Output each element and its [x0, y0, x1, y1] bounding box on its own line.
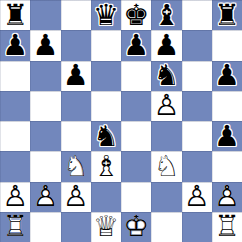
square-h7[interactable] [212, 30, 242, 60]
square-g7[interactable] [182, 30, 212, 60]
square-a6[interactable] [0, 61, 30, 91]
square-g3[interactable] [182, 151, 212, 181]
square-d5[interactable] [91, 91, 121, 121]
square-a1[interactable]: ♜♖ [0, 212, 30, 242]
square-d3[interactable]: ♝♗ [91, 151, 121, 181]
square-g8[interactable] [182, 0, 212, 30]
piece-white-pawn: ♟♙ [61, 182, 91, 212]
piece-black-rook: ♜ [0, 0, 30, 30]
square-b8[interactable] [30, 0, 60, 30]
square-g1[interactable] [182, 212, 212, 242]
square-c5[interactable] [61, 91, 91, 121]
square-f6[interactable]: ♞ [151, 61, 181, 91]
square-f2[interactable] [151, 182, 181, 212]
piece-black-knight: ♞ [91, 121, 121, 151]
piece-white-pawn: ♟♙ [182, 182, 212, 212]
piece-black-knight: ♞ [151, 61, 181, 91]
piece-black-pawn: ♟ [61, 61, 91, 91]
square-a3[interactable] [0, 151, 30, 181]
piece-white-rook: ♜♖ [212, 212, 242, 242]
piece-white-pawn: ♟♙ [0, 182, 30, 212]
square-e5[interactable] [121, 91, 151, 121]
square-c2[interactable]: ♟♙ [61, 182, 91, 212]
square-e7[interactable]: ♟ [121, 30, 151, 60]
square-f8[interactable]: ♝ [151, 0, 181, 30]
piece-white-bishop: ♝♗ [91, 151, 121, 181]
square-e6[interactable] [121, 61, 151, 91]
square-b1[interactable] [30, 212, 60, 242]
square-h4[interactable]: ♟ [212, 121, 242, 151]
square-a2[interactable]: ♟♙ [0, 182, 30, 212]
piece-black-pawn: ♟ [151, 30, 181, 60]
piece-white-king: ♚♔ [121, 212, 151, 242]
piece-white-knight: ♞♘ [151, 151, 181, 181]
square-f1[interactable] [151, 212, 181, 242]
piece-black-queen: ♛ [91, 0, 121, 30]
square-b5[interactable] [30, 91, 60, 121]
square-c3[interactable]: ♞♘ [61, 151, 91, 181]
square-a8[interactable]: ♜ [0, 0, 30, 30]
square-f4[interactable] [151, 121, 181, 151]
square-a7[interactable]: ♟ [0, 30, 30, 60]
piece-white-queen: ♛♕ [91, 212, 121, 242]
square-f7[interactable]: ♟ [151, 30, 181, 60]
square-b2[interactable]: ♟♙ [30, 182, 60, 212]
piece-white-knight: ♞♘ [61, 151, 91, 181]
piece-white-rook: ♜♖ [0, 212, 30, 242]
square-h8[interactable]: ♜ [212, 0, 242, 30]
square-b3[interactable] [30, 151, 60, 181]
square-e1[interactable]: ♚♔ [121, 212, 151, 242]
square-c7[interactable] [61, 30, 91, 60]
square-h5[interactable] [212, 91, 242, 121]
square-h6[interactable]: ♟ [212, 61, 242, 91]
square-f3[interactable]: ♞♘ [151, 151, 181, 181]
square-d2[interactable] [91, 182, 121, 212]
piece-black-pawn: ♟ [0, 30, 30, 60]
square-g4[interactable] [182, 121, 212, 151]
square-c1[interactable] [61, 212, 91, 242]
square-e4[interactable] [121, 121, 151, 151]
square-g2[interactable]: ♟♙ [182, 182, 212, 212]
square-e8[interactable]: ♚ [121, 0, 151, 30]
square-h2[interactable]: ♟♙ [212, 182, 242, 212]
piece-black-pawn: ♟ [30, 30, 60, 60]
square-h1[interactable]: ♜♖ [212, 212, 242, 242]
square-d8[interactable]: ♛ [91, 0, 121, 30]
chess-board: ♜♛♚♝♜♟♟♟♟♟♞♟♟♙♞♟♞♘♝♗♞♘♟♙♟♙♟♙♟♙♟♙♜♖♛♕♚♔♜♖ [0, 0, 242, 242]
square-h3[interactable] [212, 151, 242, 181]
piece-black-pawn: ♟ [212, 61, 242, 91]
square-b6[interactable] [30, 61, 60, 91]
square-b4[interactable] [30, 121, 60, 151]
piece-black-bishop: ♝ [151, 0, 181, 30]
square-d7[interactable] [91, 30, 121, 60]
square-c8[interactable] [61, 0, 91, 30]
square-c4[interactable] [61, 121, 91, 151]
square-d1[interactable]: ♛♕ [91, 212, 121, 242]
square-f5[interactable]: ♟♙ [151, 91, 181, 121]
piece-white-pawn: ♟♙ [212, 182, 242, 212]
piece-white-pawn: ♟♙ [30, 182, 60, 212]
square-a5[interactable] [0, 91, 30, 121]
piece-black-pawn: ♟ [212, 121, 242, 151]
square-b7[interactable]: ♟ [30, 30, 60, 60]
piece-black-king: ♚ [121, 0, 151, 30]
piece-black-pawn: ♟ [121, 30, 151, 60]
square-e2[interactable] [121, 182, 151, 212]
piece-black-rook: ♜ [212, 0, 242, 30]
square-g5[interactable] [182, 91, 212, 121]
square-d6[interactable] [91, 61, 121, 91]
square-g6[interactable] [182, 61, 212, 91]
square-e3[interactable] [121, 151, 151, 181]
square-a4[interactable] [0, 121, 30, 151]
piece-white-pawn: ♟♙ [151, 91, 181, 121]
square-d4[interactable]: ♞ [91, 121, 121, 151]
square-c6[interactable]: ♟ [61, 61, 91, 91]
